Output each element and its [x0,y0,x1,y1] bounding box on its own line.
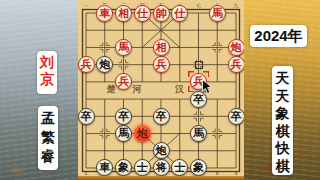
piece-red-elephant[interactable]: 相 [153,39,170,56]
piece-red-advisor[interactable]: 仕 [171,5,188,22]
piece-red-horse[interactable]: 馬 [115,39,132,56]
piece-red-general[interactable]: 帥 [153,5,170,22]
koi-fish [299,152,305,155]
left-water-background: 刘京 孟繁睿 [0,0,78,180]
piece-red-elephant[interactable]: 相 [115,5,132,22]
koi-fish [264,166,271,169]
piece-red-pawn[interactable]: 兵 [153,56,170,73]
piece-red-horse[interactable]: 馬 [209,5,226,22]
year-badge: 2024年 [250,25,307,47]
piece-black-cannon[interactable]: 炮 [153,142,170,159]
event-title: 天天象棋快棋 [272,66,293,175]
river: 楚 河 汉 界 [78,83,244,98]
piece-red-cannon[interactable]: 炮 [134,125,151,142]
piece-black-pawn[interactable]: 卒 [228,108,245,125]
koi-fish [40,174,50,177]
video-frame: 刘京 孟繁睿 楚 河 汉 界 一二三四五六七八九123456789 車相仕帥仕馬… [0,0,320,180]
black-player-name: 孟繁睿 [38,106,58,170]
piece-red-chariot[interactable]: 車 [96,5,113,22]
piece-black-pawn[interactable]: 卒 [115,108,132,125]
piece-black-horse[interactable]: 馬 [115,125,132,142]
piece-black-general[interactable]: 将 [153,159,170,176]
xiangqi-board[interactable]: 楚 河 汉 界 一二三四五六七八九123456789 車相仕帥仕馬馬相炮兵兵兵兵… [78,0,244,180]
piece-red-cannon[interactable]: 炮 [228,39,245,56]
piece-black-pawn[interactable]: 卒 [190,91,207,108]
piece-red-pawn[interactable]: 兵 [228,56,245,73]
red-player-name: 刘京 [37,51,57,94]
board-bottom-edge [78,176,244,180]
piece-black-pawn[interactable]: 卒 [153,108,170,125]
piece-black-horse[interactable]: 馬 [190,125,207,142]
piece-red-pawn[interactable]: 兵 [78,56,95,73]
piece-red-advisor[interactable]: 仕 [134,5,151,22]
koi-fish [10,168,24,172]
piece-black-pawn[interactable]: 卒 [78,108,95,125]
